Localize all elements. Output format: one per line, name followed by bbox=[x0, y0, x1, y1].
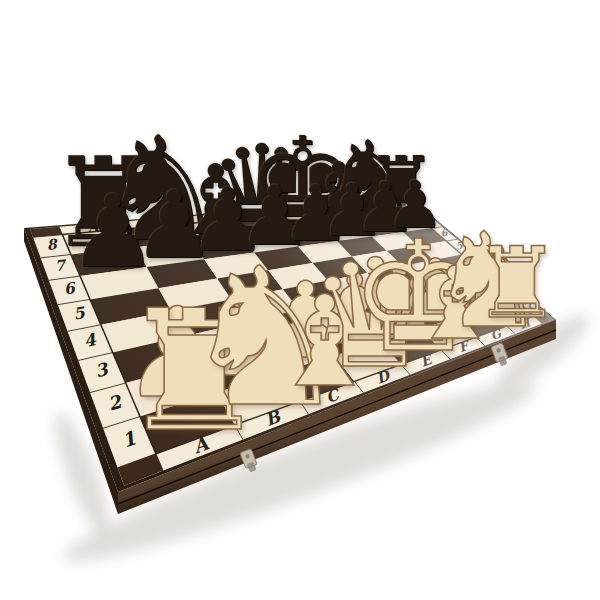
pieces-layer: ♜♞♝♛♚♝♞♜♟♟♟♟♟♟♟♟♟♟♟♟♟♟♟♟♜♞♝♛♚♝♞♜ bbox=[0, 0, 600, 600]
chess-set-photo: AABBCCDDEEFFGGHH1122334455667788 ♜♞♝♛♚♝♞… bbox=[0, 0, 600, 600]
piece-white-rook[interactable]: ♜ bbox=[473, 233, 561, 331]
